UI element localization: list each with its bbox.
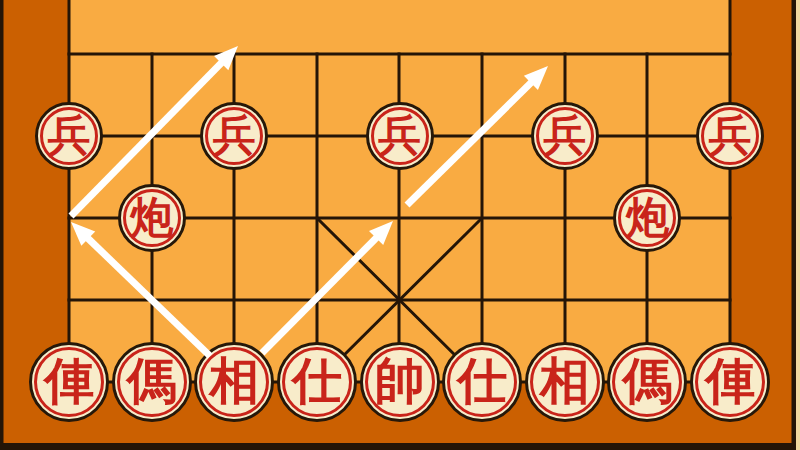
piece-red-advisor-f6r1[interactable]: 仕 xyxy=(442,342,522,422)
piece-character: 炮 xyxy=(626,196,669,239)
piece-red-cannon-f2r3[interactable]: 炮 xyxy=(118,184,186,252)
piece-character: 帥 xyxy=(375,356,425,406)
piece-character: 兵 xyxy=(213,114,256,157)
piece-red-soldier-f9r4[interactable]: 兵 xyxy=(696,102,764,170)
piece-red-elephant-f7r1[interactable]: 相 xyxy=(525,342,605,422)
piece-red-chariot-f9r1[interactable]: 俥 xyxy=(690,342,770,422)
piece-character: 兵 xyxy=(709,114,752,157)
piece-character: 兵 xyxy=(378,114,421,157)
piece-red-elephant-f3r1[interactable]: 相 xyxy=(194,342,274,422)
piece-red-soldier-f5r4[interactable]: 兵 xyxy=(366,102,434,170)
piece-character: 俥 xyxy=(705,356,755,406)
piece-red-horse-f2r1[interactable]: 傌 xyxy=(112,342,192,422)
piece-character: 炮 xyxy=(130,196,173,239)
piece-character: 相 xyxy=(209,356,259,406)
piece-character: 兵 xyxy=(48,114,91,157)
piece-red-soldier-f3r4[interactable]: 兵 xyxy=(200,102,268,170)
piece-red-advisor-f4r1[interactable]: 仕 xyxy=(277,342,357,422)
xiangqi-board: 俥傌相仕帥仕相傌俥炮炮兵兵兵兵兵 xyxy=(0,0,800,450)
piece-red-general-f5r1[interactable]: 帥 xyxy=(360,342,440,422)
piece-character: 傌 xyxy=(127,356,177,406)
pieces-layer: 俥傌相仕帥仕相傌俥炮炮兵兵兵兵兵 xyxy=(0,0,800,450)
piece-red-soldier-f7r4[interactable]: 兵 xyxy=(531,102,599,170)
piece-character: 仕 xyxy=(292,356,342,406)
piece-character: 傌 xyxy=(622,356,672,406)
piece-red-soldier-f1r4[interactable]: 兵 xyxy=(35,102,103,170)
piece-character: 相 xyxy=(540,356,590,406)
piece-red-cannon-f8r3[interactable]: 炮 xyxy=(613,184,681,252)
piece-character: 兵 xyxy=(543,114,586,157)
piece-red-chariot-f1r1[interactable]: 俥 xyxy=(29,342,109,422)
piece-red-horse-f8r1[interactable]: 傌 xyxy=(607,342,687,422)
piece-character: 俥 xyxy=(44,356,94,406)
piece-character: 仕 xyxy=(457,356,507,406)
